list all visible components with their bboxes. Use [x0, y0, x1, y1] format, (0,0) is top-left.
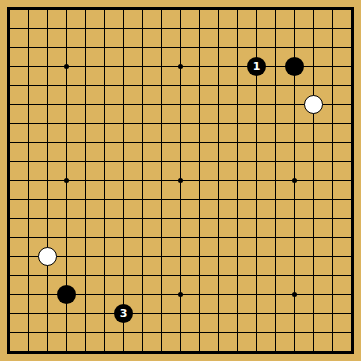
white-stone — [38, 247, 57, 266]
go-board[interactable]: 13 — [7, 7, 354, 354]
black-stone — [57, 285, 76, 304]
black-stone: 1 — [247, 57, 266, 76]
go-diagram: 13 — [0, 0, 361, 361]
black-stone — [285, 57, 304, 76]
star-point — [292, 292, 297, 297]
star-point — [292, 178, 297, 183]
star-point — [64, 178, 69, 183]
star-point — [178, 292, 183, 297]
black-stone: 3 — [114, 304, 133, 323]
white-stone — [304, 95, 323, 114]
star-point — [64, 64, 69, 69]
star-point — [178, 178, 183, 183]
star-point — [178, 64, 183, 69]
